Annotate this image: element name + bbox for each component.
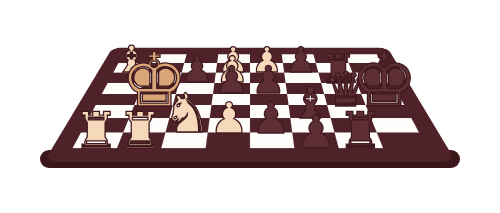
piece-dark-pawn-e2[interactable]: ♟ xyxy=(252,96,291,139)
chess-illustration: ♝♟♟♟♟♟♜♟♟♚♛♚♝♞♟♟♜♜♟♜ xyxy=(0,0,500,213)
piece-dark-pawn-f7[interactable]: ♟ xyxy=(285,44,316,79)
square-h1[interactable] xyxy=(377,133,428,149)
piece-light-pawn-d2[interactable]: ♟ xyxy=(210,96,249,139)
piece-dark-rook-g1[interactable]: ♜ xyxy=(338,106,383,156)
piece-light-rook-b1[interactable]: ♜ xyxy=(117,106,162,156)
piece-light-rook-a1[interactable]: ♜ xyxy=(73,106,118,156)
piece-dark-pawn-f1[interactable]: ♟ xyxy=(296,110,337,155)
piece-light-knight-c2[interactable]: ♞ xyxy=(163,87,212,141)
